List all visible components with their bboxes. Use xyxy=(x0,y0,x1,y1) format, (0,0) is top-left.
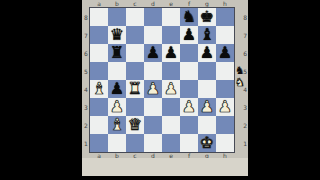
square-h1[interactable] xyxy=(216,134,234,152)
square-b3[interactable]: ♟ xyxy=(108,98,126,116)
square-d5[interactable] xyxy=(144,62,162,80)
square-c2[interactable]: ♛ xyxy=(126,116,144,134)
square-g6[interactable]: ♟ xyxy=(198,44,216,62)
piece-white-pawn: ♟ xyxy=(162,80,180,98)
rank-label-2: 2 xyxy=(82,116,90,134)
square-e6[interactable]: ♟ xyxy=(162,44,180,62)
piece-white-rook: ♜ xyxy=(126,80,144,98)
square-e2[interactable] xyxy=(162,116,180,134)
square-f7[interactable]: ♟ xyxy=(180,26,198,44)
piece-white-bishop: ♝ xyxy=(108,116,126,134)
square-a7[interactable] xyxy=(90,26,108,44)
game-caption: Gallego Pons, Francisco (2311) -- Merino… xyxy=(82,158,248,176)
piece-black-king: ♚ xyxy=(198,8,216,26)
square-e8[interactable] xyxy=(162,8,180,26)
board-panel: abcdefgh 87654321 ♞♚♛♟♝♜♟♟♟♟♝♟♜♟♟♟♟♟♟♝♛♚… xyxy=(82,0,248,176)
square-g1[interactable]: ♚ xyxy=(198,134,216,152)
square-a2[interactable] xyxy=(90,116,108,134)
rank-label-5: 5 xyxy=(82,62,90,80)
piece-white-bishop: ♝ xyxy=(90,80,108,98)
square-b5[interactable] xyxy=(108,62,126,80)
square-f8[interactable]: ♞ xyxy=(180,8,198,26)
square-g7[interactable]: ♝ xyxy=(198,26,216,44)
square-f5[interactable] xyxy=(180,62,198,80)
piece-white-pawn: ♟ xyxy=(180,98,198,116)
square-e3[interactable] xyxy=(162,98,180,116)
white-knight-icon: ♞ xyxy=(235,77,245,89)
piece-black-pawn: ♟ xyxy=(180,26,198,44)
square-e5[interactable] xyxy=(162,62,180,80)
piece-white-queen: ♛ xyxy=(126,116,144,134)
square-e7[interactable] xyxy=(162,26,180,44)
square-a3[interactable] xyxy=(90,98,108,116)
square-b8[interactable] xyxy=(108,8,126,26)
square-c1[interactable] xyxy=(126,134,144,152)
piece-black-pawn: ♟ xyxy=(108,80,126,98)
square-c3[interactable] xyxy=(126,98,144,116)
square-g3[interactable]: ♟ xyxy=(198,98,216,116)
square-c7[interactable] xyxy=(126,26,144,44)
piece-black-queen: ♛ xyxy=(108,26,126,44)
square-a4[interactable]: ♝ xyxy=(90,80,108,98)
square-e4[interactable]: ♟ xyxy=(162,80,180,98)
square-f4[interactable] xyxy=(180,80,198,98)
piece-white-pawn: ♟ xyxy=(144,80,162,98)
rank-label-2: 2 xyxy=(234,116,248,134)
square-d3[interactable] xyxy=(144,98,162,116)
square-f6[interactable] xyxy=(180,44,198,62)
piece-black-pawn: ♟ xyxy=(198,44,216,62)
piece-white-pawn: ♟ xyxy=(108,98,126,116)
piece-white-pawn: ♟ xyxy=(198,98,216,116)
file-label-c: c xyxy=(126,0,144,8)
piece-white-king: ♚ xyxy=(198,134,216,152)
square-c6[interactable] xyxy=(126,44,144,62)
square-h5[interactable] xyxy=(216,62,234,80)
square-h4[interactable] xyxy=(216,80,234,98)
square-d6[interactable]: ♟ xyxy=(144,44,162,62)
piece-white-pawn: ♟ xyxy=(216,98,234,116)
square-f2[interactable] xyxy=(180,116,198,134)
rank-label-4: 4 xyxy=(82,80,90,98)
square-a5[interactable] xyxy=(90,62,108,80)
file-label-a: a xyxy=(90,0,108,8)
piece-black-pawn: ♟ xyxy=(162,44,180,62)
square-d8[interactable] xyxy=(144,8,162,26)
square-c5[interactable] xyxy=(126,62,144,80)
square-d1[interactable] xyxy=(144,134,162,152)
board: ♞♚♛♟♝♜♟♟♟♟♝♟♜♟♟♟♟♟♟♝♛♚ xyxy=(90,8,234,152)
square-b2[interactable]: ♝ xyxy=(108,116,126,134)
square-f3[interactable]: ♟ xyxy=(180,98,198,116)
square-g8[interactable]: ♚ xyxy=(198,8,216,26)
square-g2[interactable] xyxy=(198,116,216,134)
square-a8[interactable] xyxy=(90,8,108,26)
square-f1[interactable] xyxy=(180,134,198,152)
square-h8[interactable] xyxy=(216,8,234,26)
rank-label-7: 7 xyxy=(234,26,248,44)
square-d4[interactable]: ♟ xyxy=(144,80,162,98)
file-label-h: h xyxy=(216,0,234,8)
file-label-e: e xyxy=(162,0,180,8)
square-h6[interactable]: ♟ xyxy=(216,44,234,62)
square-b7[interactable]: ♛ xyxy=(108,26,126,44)
square-b4[interactable]: ♟ xyxy=(108,80,126,98)
square-b6[interactable]: ♜ xyxy=(108,44,126,62)
rank-label-8: 8 xyxy=(82,8,90,26)
rank-label-3: 3 xyxy=(234,98,248,116)
square-d2[interactable] xyxy=(144,116,162,134)
file-label-d: d xyxy=(144,0,162,8)
square-g5[interactable] xyxy=(198,62,216,80)
square-h3[interactable]: ♟ xyxy=(216,98,234,116)
square-b1[interactable] xyxy=(108,134,126,152)
rank-label-6: 6 xyxy=(82,44,90,62)
rank-label-1: 1 xyxy=(234,134,248,152)
rank-label-8: 8 xyxy=(234,8,248,26)
piece-black-pawn: ♟ xyxy=(144,44,162,62)
square-h2[interactable] xyxy=(216,116,234,134)
square-c8[interactable] xyxy=(126,8,144,26)
piece-black-bishop: ♝ xyxy=(198,26,216,44)
square-c4[interactable]: ♜ xyxy=(126,80,144,98)
square-d7[interactable] xyxy=(144,26,162,44)
piece-black-pawn: ♟ xyxy=(216,44,234,62)
video-frame: abcdefgh 87654321 ♞♚♛♟♝♜♟♟♟♟♝♟♜♟♟♟♟♟♟♝♛♚… xyxy=(0,0,320,180)
square-g4[interactable] xyxy=(198,80,216,98)
file-label-b: b xyxy=(108,0,126,8)
square-h7[interactable] xyxy=(216,26,234,44)
rank-label-7: 7 xyxy=(82,26,90,44)
rank-labels-left: 87654321 xyxy=(82,8,90,152)
square-a6[interactable] xyxy=(90,44,108,62)
rank-label-1: 1 xyxy=(82,134,90,152)
piece-black-rook: ♜ xyxy=(108,44,126,62)
piece-black-knight: ♞ xyxy=(180,8,198,26)
square-e1[interactable] xyxy=(162,134,180,152)
rank-label-6: 6 xyxy=(234,44,248,62)
rank-label-3: 3 xyxy=(82,98,90,116)
captured-pieces-tray: ♞♞ xyxy=(235,65,248,89)
square-a1[interactable] xyxy=(90,134,108,152)
